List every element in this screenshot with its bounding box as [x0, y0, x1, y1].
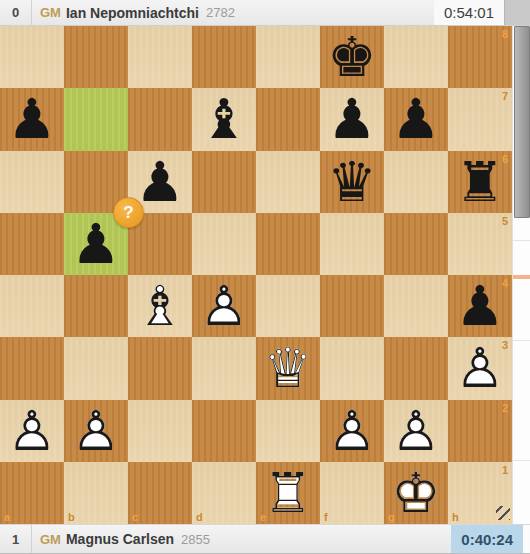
piece-glyph-outline: ♙	[384, 400, 448, 462]
square-b8[interactable]	[64, 26, 128, 88]
bottom-player-name: Magnus Carlsen	[66, 531, 174, 547]
square-e6[interactable]	[256, 151, 320, 213]
top-player-title: GM	[40, 5, 61, 20]
top-right-corner	[504, 0, 530, 25]
square-d4[interactable]: ♟♙	[192, 275, 256, 337]
square-c1[interactable]: c	[128, 462, 192, 524]
square-d6[interactable]	[192, 151, 256, 213]
file-label-e: e	[260, 511, 266, 523]
square-a5[interactable]	[0, 213, 64, 275]
square-g5[interactable]	[384, 213, 448, 275]
file-label-g: g	[388, 511, 395, 523]
white-queen-icon[interactable]: ♛♕	[256, 337, 320, 399]
square-a1[interactable]: a	[0, 462, 64, 524]
square-f4[interactable]	[320, 275, 384, 337]
square-a7[interactable]: ♟	[0, 88, 64, 150]
piece-glyph-fill: ♝	[192, 88, 256, 150]
piece-glyph-outline: ♙	[320, 400, 384, 462]
file-label-d: d	[196, 511, 203, 523]
square-c3[interactable]	[128, 337, 192, 399]
square-f1[interactable]: f	[320, 462, 384, 524]
white-pawn-icon[interactable]: ♟♙	[384, 400, 448, 462]
square-a6[interactable]	[0, 151, 64, 213]
square-h6[interactable]: 6♜	[448, 151, 512, 213]
square-h2[interactable]: 2	[448, 400, 512, 462]
top-player-bar: 0 GM Ian Nepomniachtchi 2782 0:54:01	[0, 0, 530, 26]
white-pawn-icon[interactable]: ♟♙	[320, 400, 384, 462]
piece-glyph-outline: ♙	[64, 400, 128, 462]
square-f6[interactable]: ♛	[320, 151, 384, 213]
piece-glyph-outline: ♕	[256, 337, 320, 399]
rank-label-7: 7	[502, 90, 508, 102]
file-label-f: f	[324, 511, 328, 523]
square-f3[interactable]	[320, 337, 384, 399]
black-pawn-icon[interactable]: ♟	[384, 88, 448, 150]
white-pawn-icon[interactable]: ♟♙	[192, 275, 256, 337]
black-pawn-icon[interactable]: ♟	[320, 88, 384, 150]
rank-label-4: 4	[502, 277, 508, 289]
black-queen-icon[interactable]: ♛	[320, 151, 384, 213]
piece-glyph-fill: ♟	[0, 88, 64, 150]
rank-label-6: 6	[502, 153, 508, 165]
board-area: ♚8♟♝♟♟7♟♛6♜♟5♝♗♟♙4♟♛♕3♟♙♟♙♟♙♟♙♟♙2abcde♜♖…	[0, 26, 512, 524]
piece-glyph-outline: ♗	[128, 275, 192, 337]
scrollbar-track[interactable]	[512, 26, 530, 524]
piece-glyph-fill: ♟	[320, 88, 384, 150]
square-c2[interactable]	[128, 400, 192, 462]
top-player-clock: 0:54:01	[434, 0, 504, 25]
strip-separator	[513, 240, 530, 241]
square-c8[interactable]	[128, 26, 192, 88]
square-e7[interactable]	[256, 88, 320, 150]
file-label-c: c	[132, 511, 138, 523]
top-player-score: 0	[0, 0, 32, 25]
strip-separator	[513, 340, 530, 341]
square-h7[interactable]: 7	[448, 88, 512, 150]
piece-glyph-fill: ♛	[320, 151, 384, 213]
file-label-b: b	[68, 511, 75, 523]
file-label-h: h	[452, 511, 459, 523]
rank-label-8: 8	[502, 28, 508, 40]
square-b1[interactable]: b	[64, 462, 128, 524]
square-b3[interactable]	[64, 337, 128, 399]
square-d1[interactable]: d	[192, 462, 256, 524]
square-c4[interactable]: ♝♗	[128, 275, 192, 337]
square-g3[interactable]	[384, 337, 448, 399]
piece-glyph-outline: ♙	[192, 275, 256, 337]
top-player-rating: 2782	[206, 5, 235, 20]
square-h5[interactable]: 5	[448, 213, 512, 275]
square-h3[interactable]: 3♟♙	[448, 337, 512, 399]
square-g6[interactable]	[384, 151, 448, 213]
square-b2[interactable]: ♟♙	[64, 400, 128, 462]
piece-glyph-outline: ♙	[0, 400, 64, 462]
rank-label-2: 2	[502, 402, 508, 414]
square-a3[interactable]	[0, 337, 64, 399]
mistake-badge: ?	[113, 197, 144, 228]
black-pawn-icon[interactable]: ♟	[0, 88, 64, 150]
square-g1[interactable]: g♚♔	[384, 462, 448, 524]
rank-label-1: 1	[502, 464, 508, 476]
piece-glyph-fill: ♟	[384, 88, 448, 150]
square-d7[interactable]: ♝	[192, 88, 256, 150]
rank-label-3: 3	[502, 339, 508, 351]
square-e3[interactable]: ♛♕	[256, 337, 320, 399]
square-a2[interactable]: ♟♙	[0, 400, 64, 462]
square-e1[interactable]: e♜♖	[256, 462, 320, 524]
rank-label-5: 5	[502, 215, 508, 227]
bottom-player-title: GM	[40, 532, 61, 547]
square-a8[interactable]	[0, 26, 64, 88]
square-f8[interactable]: ♚	[320, 26, 384, 88]
bottom-player-rating: 2855	[181, 532, 210, 547]
board-resize-handle[interactable]	[496, 506, 510, 520]
square-h8[interactable]: 8	[448, 26, 512, 88]
bottom-right-sliver	[523, 525, 530, 553]
white-pawn-icon[interactable]: ♟♙	[0, 400, 64, 462]
square-g8[interactable]	[384, 26, 448, 88]
square-d2[interactable]	[192, 400, 256, 462]
square-d5[interactable]	[192, 213, 256, 275]
square-b4[interactable]	[64, 275, 128, 337]
square-a4[interactable]	[0, 275, 64, 337]
square-b7[interactable]	[64, 88, 128, 150]
file-label-a: a	[4, 511, 10, 523]
square-f5[interactable]	[320, 213, 384, 275]
square-e8[interactable]	[256, 26, 320, 88]
square-d8[interactable]	[192, 26, 256, 88]
chess-board[interactable]: ♚8♟♝♟♟7♟♛6♜♟5♝♗♟♙4♟♛♕3♟♙♟♙♟♙♟♙♟♙2abcde♜♖…	[0, 26, 512, 524]
strip-highlight-line	[513, 275, 530, 279]
square-f2[interactable]: ♟♙	[320, 400, 384, 462]
square-f7[interactable]: ♟	[320, 88, 384, 150]
piece-glyph-fill: ♚	[320, 26, 384, 88]
scrollbar-thumb[interactable]	[514, 26, 530, 218]
square-g2[interactable]: ♟♙	[384, 400, 448, 462]
strip-separator	[513, 460, 530, 461]
square-e4[interactable]	[256, 275, 320, 337]
square-g4[interactable]	[384, 275, 448, 337]
black-bishop-icon[interactable]: ♝	[192, 88, 256, 150]
white-bishop-icon[interactable]: ♝♗	[128, 275, 192, 337]
mistake-symbol: ?	[123, 203, 133, 223]
square-h4[interactable]: 4♟	[448, 275, 512, 337]
square-g7[interactable]: ♟	[384, 88, 448, 150]
square-e5[interactable]	[256, 213, 320, 275]
broadcast-app: 0 GM Ian Nepomniachtchi 2782 0:54:01 ♚8♟…	[0, 0, 530, 554]
top-player-name: Ian Nepomniachtchi	[66, 5, 199, 21]
bottom-player-clock: 0:40:24	[451, 525, 523, 553]
bottom-player-score: 1	[0, 525, 32, 553]
bottom-player-bar: 1 GM Magnus Carlsen 2855 0:40:24	[0, 524, 530, 554]
black-king-icon[interactable]: ♚	[320, 26, 384, 88]
square-e2[interactable]	[256, 400, 320, 462]
square-c7[interactable]	[128, 88, 192, 150]
square-d3[interactable]	[192, 337, 256, 399]
white-pawn-icon[interactable]: ♟♙	[64, 400, 128, 462]
